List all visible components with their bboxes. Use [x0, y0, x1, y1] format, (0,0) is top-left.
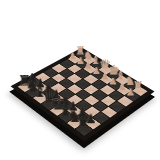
product-photo: ♜♞♝♛♚♝♞♜♟♟♟♟♟♟♟♟♟♟♟♟♟♟♟♟♜♞♝♛♚♝♞♜ [0, 0, 160, 160]
board-grid: ♜♞♝♛♚♝♞♜♟♟♟♟♟♟♟♟♟♟♟♟♟♟♟♟♜♞♝♛♚♝♞♜ [18, 51, 148, 136]
piece-black-pawn-a7: ♟ [27, 73, 38, 83]
scene: ♜♞♝♛♚♝♞♜♟♟♟♟♟♟♟♟♟♟♟♟♟♟♟♟♜♞♝♛♚♝♞♜ [0, 0, 160, 160]
piece-rose-rook-a1: ♜ [75, 46, 85, 56]
board-frame: ♜♞♝♛♚♝♞♜♟♟♟♟♟♟♟♟♟♟♟♟♟♟♟♟♜♞♝♛♚♝♞♜ [11, 48, 155, 142]
chess-board: ♜♞♝♛♚♝♞♜♟♟♟♟♟♟♟♟♟♟♟♟♟♟♟♟♜♞♝♛♚♝♞♜ [11, 48, 155, 142]
